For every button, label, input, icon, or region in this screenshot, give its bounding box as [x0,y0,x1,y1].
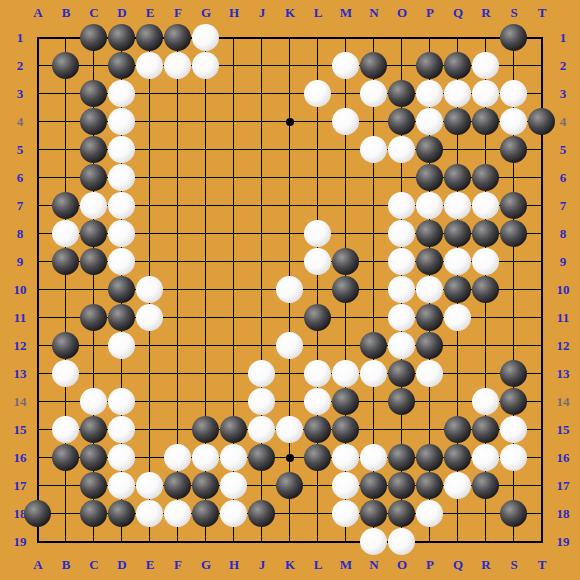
board-intersection-N2[interactable] [360,52,388,80]
board-intersection-G17[interactable] [192,472,220,500]
board-intersection-S4[interactable] [500,108,528,136]
board-intersection-O12[interactable] [388,332,416,360]
board-intersection-P4[interactable] [416,108,444,136]
board-intersection-J15[interactable] [248,416,276,444]
board-intersection-P16[interactable] [416,444,444,472]
board-intersection-A8[interactable] [24,220,52,248]
board-intersection-D7[interactable] [108,192,136,220]
board-intersection-E9[interactable] [136,248,164,276]
board-intersection-H14[interactable] [220,388,248,416]
board-intersection-H7[interactable] [220,192,248,220]
board-intersection-E8[interactable] [136,220,164,248]
board-intersection-F19[interactable] [164,528,192,556]
board-intersection-F18[interactable] [164,500,192,528]
board-intersection-S9[interactable] [500,248,528,276]
board-intersection-Q13[interactable] [444,360,472,388]
board-intersection-P8[interactable] [416,220,444,248]
board-intersection-D1[interactable] [108,24,136,52]
board-intersection-Q17[interactable] [444,472,472,500]
board-intersection-A5[interactable] [24,136,52,164]
board-intersection-C6[interactable] [80,164,108,192]
board-intersection-O13[interactable] [388,360,416,388]
board-intersection-Q19[interactable] [444,528,472,556]
board-intersection-C18[interactable] [80,500,108,528]
board-intersection-T6[interactable] [528,164,556,192]
board-intersection-O10[interactable] [388,276,416,304]
board-intersection-A9[interactable] [24,248,52,276]
board-intersection-E13[interactable] [136,360,164,388]
board-intersection-L4[interactable] [304,108,332,136]
board-intersection-A18[interactable] [24,500,52,528]
board-intersection-N16[interactable] [360,444,388,472]
board-intersection-H10[interactable] [220,276,248,304]
board-intersection-T8[interactable] [528,220,556,248]
board-intersection-N13[interactable] [360,360,388,388]
board-intersection-R2[interactable] [472,52,500,80]
board-intersection-H6[interactable] [220,164,248,192]
board-intersection-Q6[interactable] [444,164,472,192]
board-intersection-O15[interactable] [388,416,416,444]
board-intersection-M6[interactable] [332,164,360,192]
board-intersection-C13[interactable] [80,360,108,388]
board-intersection-B3[interactable] [52,80,80,108]
board-intersection-D16[interactable] [108,444,136,472]
board-intersection-N15[interactable] [360,416,388,444]
board-intersection-B19[interactable] [52,528,80,556]
board-intersection-B4[interactable] [52,108,80,136]
board-intersection-M18[interactable] [332,500,360,528]
board-intersection-F7[interactable] [164,192,192,220]
board-intersection-C5[interactable] [80,136,108,164]
board-intersection-Q9[interactable] [444,248,472,276]
board-intersection-K2[interactable] [276,52,304,80]
board-intersection-O11[interactable] [388,304,416,332]
board-intersection-S11[interactable] [500,304,528,332]
board-intersection-A16[interactable] [24,444,52,472]
board-intersection-T7[interactable] [528,192,556,220]
board-intersection-Q5[interactable] [444,136,472,164]
board-intersection-Q2[interactable] [444,52,472,80]
board-intersection-R10[interactable] [472,276,500,304]
board-intersection-T4[interactable] [528,108,556,136]
board-intersection-O16[interactable] [388,444,416,472]
board-intersection-G13[interactable] [192,360,220,388]
board-intersection-J3[interactable] [248,80,276,108]
board-intersection-K11[interactable] [276,304,304,332]
board-intersection-J4[interactable] [248,108,276,136]
board-intersection-K16[interactable] [276,444,304,472]
board-intersection-S10[interactable] [500,276,528,304]
board-intersection-P18[interactable] [416,500,444,528]
board-intersection-J19[interactable] [248,528,276,556]
board-intersection-G3[interactable] [192,80,220,108]
board-intersection-C17[interactable] [80,472,108,500]
board-intersection-H2[interactable] [220,52,248,80]
board-intersection-Q11[interactable] [444,304,472,332]
board-intersection-T17[interactable] [528,472,556,500]
board-intersection-Q8[interactable] [444,220,472,248]
board-intersection-M4[interactable] [332,108,360,136]
board-intersection-K18[interactable] [276,500,304,528]
board-intersection-C4[interactable] [80,108,108,136]
board-intersection-Q1[interactable] [444,24,472,52]
board-intersection-P5[interactable] [416,136,444,164]
board-intersection-M9[interactable] [332,248,360,276]
board-intersection-G5[interactable] [192,136,220,164]
board-intersection-S5[interactable] [500,136,528,164]
board-intersection-B13[interactable] [52,360,80,388]
board-intersection-J6[interactable] [248,164,276,192]
board-intersection-K3[interactable] [276,80,304,108]
board-intersection-A19[interactable] [24,528,52,556]
board-intersection-K14[interactable] [276,388,304,416]
board-intersection-F8[interactable] [164,220,192,248]
board-intersection-A12[interactable] [24,332,52,360]
board-intersection-N6[interactable] [360,164,388,192]
board-intersection-N12[interactable] [360,332,388,360]
board-intersection-K15[interactable] [276,416,304,444]
board-intersection-D17[interactable] [108,472,136,500]
board-intersection-M5[interactable] [332,136,360,164]
board-intersection-O3[interactable] [388,80,416,108]
board-intersection-P3[interactable] [416,80,444,108]
board-intersection-B10[interactable] [52,276,80,304]
board-intersection-A17[interactable] [24,472,52,500]
board-intersection-Q15[interactable] [444,416,472,444]
board-intersection-C1[interactable] [80,24,108,52]
board-intersection-R12[interactable] [472,332,500,360]
board-intersection-D15[interactable] [108,416,136,444]
board-intersection-L19[interactable] [304,528,332,556]
board-intersection-L15[interactable] [304,416,332,444]
board-intersection-T5[interactable] [528,136,556,164]
board-intersection-P17[interactable] [416,472,444,500]
board-intersection-T13[interactable] [528,360,556,388]
board-intersection-D12[interactable] [108,332,136,360]
board-intersection-H17[interactable] [220,472,248,500]
board-intersection-J7[interactable] [248,192,276,220]
board-intersection-E6[interactable] [136,164,164,192]
board-intersection-T16[interactable] [528,444,556,472]
board-intersection-R18[interactable] [472,500,500,528]
board-intersection-P15[interactable] [416,416,444,444]
board-intersection-G12[interactable] [192,332,220,360]
board-intersection-L2[interactable] [304,52,332,80]
board-intersection-J18[interactable] [248,500,276,528]
board-intersection-H1[interactable] [220,24,248,52]
board-intersection-R1[interactable] [472,24,500,52]
board-intersection-M16[interactable] [332,444,360,472]
board-intersection-B14[interactable] [52,388,80,416]
board-intersection-E15[interactable] [136,416,164,444]
board-intersection-G14[interactable] [192,388,220,416]
board-intersection-D13[interactable] [108,360,136,388]
board-intersection-G19[interactable] [192,528,220,556]
board-intersection-A3[interactable] [24,80,52,108]
board-intersection-L5[interactable] [304,136,332,164]
board-intersection-M2[interactable] [332,52,360,80]
board-intersection-R5[interactable] [472,136,500,164]
board-intersection-M17[interactable] [332,472,360,500]
board-intersection-S16[interactable] [500,444,528,472]
board-intersection-C3[interactable] [80,80,108,108]
board-intersection-S13[interactable] [500,360,528,388]
board-intersection-N17[interactable] [360,472,388,500]
board-intersection-S7[interactable] [500,192,528,220]
board-intersection-D4[interactable] [108,108,136,136]
board-intersection-D11[interactable] [108,304,136,332]
board-intersection-H12[interactable] [220,332,248,360]
board-intersection-S17[interactable] [500,472,528,500]
board-intersection-C14[interactable] [80,388,108,416]
board-intersection-E2[interactable] [136,52,164,80]
board-intersection-D19[interactable] [108,528,136,556]
board-intersection-N10[interactable] [360,276,388,304]
board-intersection-J10[interactable] [248,276,276,304]
board-intersection-G4[interactable] [192,108,220,136]
board-intersection-A11[interactable] [24,304,52,332]
board-intersection-H4[interactable] [220,108,248,136]
board-intersection-D5[interactable] [108,136,136,164]
board-intersection-T10[interactable] [528,276,556,304]
board-intersection-M15[interactable] [332,416,360,444]
board-intersection-F15[interactable] [164,416,192,444]
board-intersection-N1[interactable] [360,24,388,52]
board-intersection-R8[interactable] [472,220,500,248]
board-intersection-C2[interactable] [80,52,108,80]
board-intersection-B18[interactable] [52,500,80,528]
board-intersection-S15[interactable] [500,416,528,444]
board-intersection-J8[interactable] [248,220,276,248]
board-intersection-M11[interactable] [332,304,360,332]
board-intersection-E14[interactable] [136,388,164,416]
board-intersection-B9[interactable] [52,248,80,276]
board-intersection-M10[interactable] [332,276,360,304]
board-intersection-T9[interactable] [528,248,556,276]
board-intersection-O8[interactable] [388,220,416,248]
board-intersection-A15[interactable] [24,416,52,444]
board-intersection-P19[interactable] [416,528,444,556]
board-intersection-L13[interactable] [304,360,332,388]
board-intersection-Q10[interactable] [444,276,472,304]
board-intersection-D8[interactable] [108,220,136,248]
board-intersection-F11[interactable] [164,304,192,332]
board-intersection-O17[interactable] [388,472,416,500]
board-intersection-A1[interactable] [24,24,52,52]
board-intersection-K5[interactable] [276,136,304,164]
board-intersection-B12[interactable] [52,332,80,360]
board-intersection-K13[interactable] [276,360,304,388]
board-intersection-F6[interactable] [164,164,192,192]
board-intersection-T1[interactable] [528,24,556,52]
board-intersection-K8[interactable] [276,220,304,248]
board-intersection-C16[interactable] [80,444,108,472]
board-intersection-T3[interactable] [528,80,556,108]
board-intersection-S8[interactable] [500,220,528,248]
board-intersection-K7[interactable] [276,192,304,220]
board-intersection-D9[interactable] [108,248,136,276]
board-intersection-C10[interactable] [80,276,108,304]
board-intersection-T11[interactable] [528,304,556,332]
board-intersection-L9[interactable] [304,248,332,276]
board-intersection-O14[interactable] [388,388,416,416]
board-intersection-S1[interactable] [500,24,528,52]
board-intersection-G11[interactable] [192,304,220,332]
board-intersection-B6[interactable] [52,164,80,192]
board-intersection-F17[interactable] [164,472,192,500]
board-intersection-K10[interactable] [276,276,304,304]
board-intersection-K17[interactable] [276,472,304,500]
board-intersection-B7[interactable] [52,192,80,220]
board-intersection-R6[interactable] [472,164,500,192]
board-intersection-P13[interactable] [416,360,444,388]
board-intersection-B2[interactable] [52,52,80,80]
board-intersection-A7[interactable] [24,192,52,220]
board-intersection-B17[interactable] [52,472,80,500]
board-intersection-R3[interactable] [472,80,500,108]
board-intersection-E11[interactable] [136,304,164,332]
board-intersection-E1[interactable] [136,24,164,52]
board-intersection-C15[interactable] [80,416,108,444]
board-intersection-L10[interactable] [304,276,332,304]
board-intersection-J11[interactable] [248,304,276,332]
board-intersection-P11[interactable] [416,304,444,332]
board-intersection-M19[interactable] [332,528,360,556]
board-intersection-M12[interactable] [332,332,360,360]
board-intersection-H5[interactable] [220,136,248,164]
board-intersection-N8[interactable] [360,220,388,248]
board-intersection-K9[interactable] [276,248,304,276]
board-intersection-R4[interactable] [472,108,500,136]
board-intersection-D2[interactable] [108,52,136,80]
board-intersection-K4[interactable] [276,108,304,136]
board-intersection-B1[interactable] [52,24,80,52]
board-intersection-L7[interactable] [304,192,332,220]
board-intersection-H9[interactable] [220,248,248,276]
board-intersection-Q7[interactable] [444,192,472,220]
board-intersection-L12[interactable] [304,332,332,360]
board-intersection-G7[interactable] [192,192,220,220]
board-intersection-O19[interactable] [388,528,416,556]
board-intersection-E18[interactable] [136,500,164,528]
board-intersection-H19[interactable] [220,528,248,556]
board-intersection-H3[interactable] [220,80,248,108]
board-intersection-D14[interactable] [108,388,136,416]
board-intersection-N7[interactable] [360,192,388,220]
board-intersection-F12[interactable] [164,332,192,360]
board-intersection-N18[interactable] [360,500,388,528]
board-intersection-K19[interactable] [276,528,304,556]
board-intersection-D3[interactable] [108,80,136,108]
board-intersection-Q3[interactable] [444,80,472,108]
board-intersection-L17[interactable] [304,472,332,500]
board-intersection-G1[interactable] [192,24,220,52]
board-intersection-G6[interactable] [192,164,220,192]
board-intersection-F1[interactable] [164,24,192,52]
board-intersection-M7[interactable] [332,192,360,220]
board-intersection-S14[interactable] [500,388,528,416]
board-intersection-G9[interactable] [192,248,220,276]
board-intersection-G18[interactable] [192,500,220,528]
board-intersection-F10[interactable] [164,276,192,304]
board-intersection-D18[interactable] [108,500,136,528]
board-intersection-J1[interactable] [248,24,276,52]
board-intersection-K6[interactable] [276,164,304,192]
board-intersection-P2[interactable] [416,52,444,80]
board-intersection-F9[interactable] [164,248,192,276]
board-intersection-R13[interactable] [472,360,500,388]
board-intersection-Q14[interactable] [444,388,472,416]
board-intersection-G2[interactable] [192,52,220,80]
board-intersection-B5[interactable] [52,136,80,164]
board-intersection-R7[interactable] [472,192,500,220]
board-intersection-F16[interactable] [164,444,192,472]
board-intersection-O4[interactable] [388,108,416,136]
board-intersection-O1[interactable] [388,24,416,52]
board-intersection-N3[interactable] [360,80,388,108]
board-intersection-H15[interactable] [220,416,248,444]
board-intersection-S19[interactable] [500,528,528,556]
board-intersection-B11[interactable] [52,304,80,332]
board-intersection-C11[interactable] [80,304,108,332]
board-intersection-D10[interactable] [108,276,136,304]
board-intersection-E3[interactable] [136,80,164,108]
board-intersection-P10[interactable] [416,276,444,304]
board-intersection-A6[interactable] [24,164,52,192]
board-intersection-E4[interactable] [136,108,164,136]
board-intersection-D6[interactable] [108,164,136,192]
board-intersection-P1[interactable] [416,24,444,52]
board-intersection-C8[interactable] [80,220,108,248]
board-intersection-O5[interactable] [388,136,416,164]
board-intersection-C19[interactable] [80,528,108,556]
board-intersection-N19[interactable] [360,528,388,556]
board-intersection-H8[interactable] [220,220,248,248]
board-intersection-A10[interactable] [24,276,52,304]
board-intersection-K1[interactable] [276,24,304,52]
board-intersection-M8[interactable] [332,220,360,248]
board-intersection-F4[interactable] [164,108,192,136]
board-intersection-L8[interactable] [304,220,332,248]
board-intersection-G8[interactable] [192,220,220,248]
board-intersection-J9[interactable] [248,248,276,276]
board-intersection-O18[interactable] [388,500,416,528]
board-intersection-Q4[interactable] [444,108,472,136]
board-intersection-N14[interactable] [360,388,388,416]
board-intersection-L6[interactable] [304,164,332,192]
board-intersection-J17[interactable] [248,472,276,500]
board-intersection-T12[interactable] [528,332,556,360]
board-intersection-R9[interactable] [472,248,500,276]
board-intersection-F2[interactable] [164,52,192,80]
board-intersection-H11[interactable] [220,304,248,332]
board-intersection-E7[interactable] [136,192,164,220]
board-intersection-E19[interactable] [136,528,164,556]
board-intersection-J14[interactable] [248,388,276,416]
board-intersection-J5[interactable] [248,136,276,164]
board-intersection-H13[interactable] [220,360,248,388]
board-intersection-N11[interactable] [360,304,388,332]
board-intersection-S2[interactable] [500,52,528,80]
board-intersection-E16[interactable] [136,444,164,472]
board-intersection-Q16[interactable] [444,444,472,472]
board-intersection-T18[interactable] [528,500,556,528]
board-intersection-Q18[interactable] [444,500,472,528]
board-intersection-C7[interactable] [80,192,108,220]
board-intersection-O9[interactable] [388,248,416,276]
board-intersection-H18[interactable] [220,500,248,528]
board-intersection-J16[interactable] [248,444,276,472]
